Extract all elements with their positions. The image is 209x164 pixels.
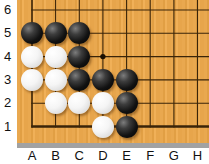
row-label-4: 4 xyxy=(0,49,15,65)
white-stone xyxy=(45,69,67,91)
column-label-H: H xyxy=(189,148,205,164)
column-label-A: A xyxy=(24,148,40,164)
row-label-6: 6 xyxy=(0,2,15,18)
black-stone xyxy=(116,116,138,138)
white-stone xyxy=(92,92,114,114)
row-label-2: 2 xyxy=(0,95,15,111)
row-label-1: 1 xyxy=(0,119,15,135)
column-label-C: C xyxy=(71,148,87,164)
row-label-3: 3 xyxy=(0,72,15,88)
go-diagram: 654321 ABCDEFGH xyxy=(0,0,209,164)
black-stone xyxy=(45,22,67,44)
white-stone xyxy=(92,116,114,138)
white-stone xyxy=(45,46,67,68)
black-stone xyxy=(92,69,114,91)
column-label-G: G xyxy=(166,148,182,164)
column-label-E: E xyxy=(119,148,135,164)
row-label-5: 5 xyxy=(0,25,15,41)
black-stone xyxy=(116,69,138,91)
white-stone xyxy=(45,92,67,114)
column-label-D: D xyxy=(95,148,111,164)
black-stone xyxy=(116,92,138,114)
column-label-B: B xyxy=(48,148,64,164)
black-stone xyxy=(68,69,90,91)
white-stone xyxy=(21,46,43,68)
white-stone xyxy=(21,69,43,91)
column-label-F: F xyxy=(142,148,158,164)
black-stone xyxy=(68,46,90,68)
